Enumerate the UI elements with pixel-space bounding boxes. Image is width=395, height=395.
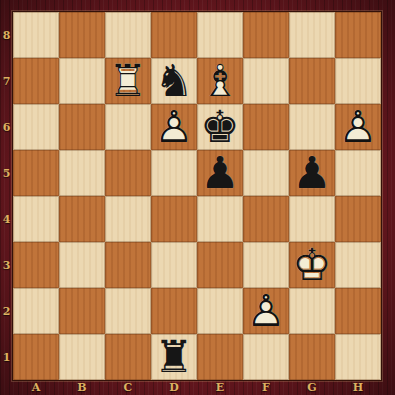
square-b3[interactable]	[59, 242, 105, 288]
rank-label-2: 2	[0, 288, 13, 334]
square-f6[interactable]	[243, 104, 289, 150]
piece-black-knight[interactable]: ♞	[151, 58, 197, 104]
square-e2[interactable]	[197, 288, 243, 334]
rank-label-5: 5	[0, 150, 13, 196]
rank-label-4: 4	[0, 196, 13, 242]
piece-white-bishop[interactable]: ♗	[197, 58, 243, 104]
piece-black-pawn[interactable]: ♟	[197, 150, 243, 196]
white-pawn-fill: ♟	[151, 104, 197, 150]
square-d3[interactable]	[151, 242, 197, 288]
square-a6[interactable]	[13, 104, 59, 150]
file-label-a: A	[13, 380, 59, 395]
square-d7[interactable]: ♞	[151, 58, 197, 104]
square-a8[interactable]	[13, 12, 59, 58]
square-a7[interactable]	[13, 58, 59, 104]
square-g1[interactable]	[289, 334, 335, 380]
square-b2[interactable]	[59, 288, 105, 334]
rank-label-8: 8	[0, 12, 13, 58]
square-e8[interactable]	[197, 12, 243, 58]
square-b6[interactable]	[59, 104, 105, 150]
square-g7[interactable]	[289, 58, 335, 104]
square-g6[interactable]	[289, 104, 335, 150]
square-a2[interactable]	[13, 288, 59, 334]
square-h3[interactable]	[335, 242, 381, 288]
piece-white-pawn[interactable]: ♙	[243, 288, 289, 334]
square-b7[interactable]	[59, 58, 105, 104]
square-c7[interactable]: ♜♖	[105, 58, 151, 104]
square-h5[interactable]	[335, 150, 381, 196]
piece-white-pawn[interactable]: ♙	[151, 104, 197, 150]
file-label-f: F	[243, 380, 289, 395]
board-frame: ♜♖♞♝♗♟♙♚♟♙♟♟♚♔♟♙♜ 87654321 ABCDEFGH	[0, 0, 395, 395]
square-e5[interactable]: ♟	[197, 150, 243, 196]
square-b4[interactable]	[59, 196, 105, 242]
square-b5[interactable]	[59, 150, 105, 196]
square-f4[interactable]	[243, 196, 289, 242]
piece-black-king[interactable]: ♚	[197, 104, 243, 150]
square-a4[interactable]	[13, 196, 59, 242]
file-label-h: H	[335, 380, 381, 395]
white-rook-fill: ♜	[105, 58, 151, 104]
square-h7[interactable]	[335, 58, 381, 104]
square-f5[interactable]	[243, 150, 289, 196]
square-h8[interactable]	[335, 12, 381, 58]
white-pawn-fill: ♟	[335, 104, 381, 150]
square-f8[interactable]	[243, 12, 289, 58]
square-c1[interactable]	[105, 334, 151, 380]
square-f7[interactable]	[243, 58, 289, 104]
square-b8[interactable]	[59, 12, 105, 58]
square-h1[interactable]	[335, 334, 381, 380]
square-a1[interactable]	[13, 334, 59, 380]
rank-label-7: 7	[0, 58, 13, 104]
file-label-b: B	[59, 380, 105, 395]
square-e6[interactable]: ♚	[197, 104, 243, 150]
square-c4[interactable]	[105, 196, 151, 242]
piece-white-rook[interactable]: ♖	[105, 58, 151, 104]
chess-board: ♜♖♞♝♗♟♙♚♟♙♟♟♚♔♟♙♜	[13, 12, 381, 380]
piece-black-rook[interactable]: ♜	[151, 334, 197, 380]
square-f3[interactable]	[243, 242, 289, 288]
square-g8[interactable]	[289, 12, 335, 58]
square-e4[interactable]	[197, 196, 243, 242]
file-label-e: E	[197, 380, 243, 395]
square-a3[interactable]	[13, 242, 59, 288]
square-h2[interactable]	[335, 288, 381, 334]
square-g2[interactable]	[289, 288, 335, 334]
square-c2[interactable]	[105, 288, 151, 334]
square-d1[interactable]: ♜	[151, 334, 197, 380]
white-pawn-fill: ♟	[243, 288, 289, 334]
square-h6[interactable]: ♟♙	[335, 104, 381, 150]
piece-white-pawn[interactable]: ♙	[335, 104, 381, 150]
file-label-g: G	[289, 380, 335, 395]
square-d2[interactable]	[151, 288, 197, 334]
square-g4[interactable]	[289, 196, 335, 242]
square-e7[interactable]: ♝♗	[197, 58, 243, 104]
file-labels: ABCDEFGH	[13, 380, 381, 395]
square-g3[interactable]: ♚♔	[289, 242, 335, 288]
file-label-c: C	[105, 380, 151, 395]
white-king-fill: ♚	[289, 242, 335, 288]
square-d6[interactable]: ♟♙	[151, 104, 197, 150]
white-bishop-fill: ♝	[197, 58, 243, 104]
square-c3[interactable]	[105, 242, 151, 288]
piece-white-king[interactable]: ♔	[289, 242, 335, 288]
square-d5[interactable]	[151, 150, 197, 196]
rank-label-1: 1	[0, 334, 13, 380]
square-d8[interactable]	[151, 12, 197, 58]
rank-label-3: 3	[0, 242, 13, 288]
square-b1[interactable]	[59, 334, 105, 380]
square-e3[interactable]	[197, 242, 243, 288]
square-e1[interactable]	[197, 334, 243, 380]
file-label-d: D	[151, 380, 197, 395]
square-f2[interactable]: ♟♙	[243, 288, 289, 334]
rank-labels: 87654321	[0, 12, 13, 380]
square-f1[interactable]	[243, 334, 289, 380]
square-d4[interactable]	[151, 196, 197, 242]
square-h4[interactable]	[335, 196, 381, 242]
square-c8[interactable]	[105, 12, 151, 58]
square-c6[interactable]	[105, 104, 151, 150]
square-g5[interactable]: ♟	[289, 150, 335, 196]
piece-black-pawn[interactable]: ♟	[289, 150, 335, 196]
square-c5[interactable]	[105, 150, 151, 196]
rank-label-6: 6	[0, 104, 13, 150]
square-a5[interactable]	[13, 150, 59, 196]
